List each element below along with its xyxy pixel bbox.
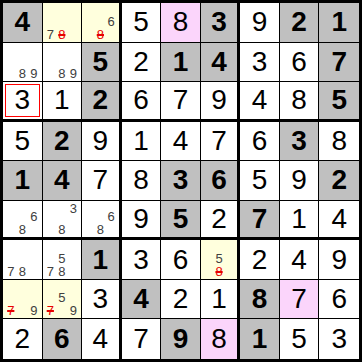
pencil-mark: 8 <box>56 67 68 80</box>
cell-r7c6[interactable]: 58 <box>201 240 241 280</box>
solved-digit: 4 <box>93 325 109 353</box>
solved-digit: 4 <box>173 127 189 155</box>
cell-r9c9[interactable]: 3 <box>319 319 359 359</box>
pencil-mark: 5 <box>56 291 68 304</box>
cell-r7c5[interactable]: 6 <box>161 240 201 280</box>
cell-r6c4[interactable]: 9 <box>122 201 162 241</box>
solved-digit: 4 <box>252 86 268 114</box>
cell-r3c1[interactable]: 3 <box>3 82 43 122</box>
solved-digit: 6 <box>133 86 149 114</box>
pencil-marks: 579 <box>45 281 80 318</box>
given-digit: 2 <box>54 127 70 155</box>
given-digit: 4 <box>14 8 30 36</box>
cell-r5c4[interactable]: 8 <box>122 161 162 201</box>
pencil-marks: 79 <box>5 281 40 318</box>
given-digit: 1 <box>173 48 189 76</box>
solved-digit: 7 <box>173 86 189 114</box>
given-digit: 1 <box>14 166 30 194</box>
cell-r2c5[interactable]: 1 <box>161 43 201 83</box>
cell-r2c3[interactable]: 5 <box>82 43 122 83</box>
cell-r9c3[interactable]: 4 <box>82 319 122 359</box>
solved-digit: 1 <box>291 205 307 233</box>
cell-r8c4[interactable]: 4 <box>122 280 162 320</box>
cell-r5c5[interactable]: 3 <box>161 161 201 201</box>
cell-r9c8[interactable]: 5 <box>280 319 320 359</box>
given-digit: 5 <box>173 205 189 233</box>
given-digit: 1 <box>252 325 268 353</box>
pencil-mark-eliminated: 7 <box>5 304 17 317</box>
pencil-marks: 78 <box>5 241 40 278</box>
pencil-marks: 78 <box>45 4 80 41</box>
cell-r4c4[interactable]: 1 <box>122 122 162 162</box>
cell-r8c5[interactable]: 2 <box>161 280 201 320</box>
given-digit: 7 <box>331 48 347 76</box>
solved-digit: 9 <box>252 8 268 36</box>
given-digit: 6 <box>211 166 227 194</box>
given-digit: 6 <box>54 325 70 353</box>
cell-r7c4[interactable]: 3 <box>122 240 162 280</box>
cell-r6c6[interactable]: 2 <box>201 201 241 241</box>
solved-digit: 5 <box>252 166 268 194</box>
pencil-marks: 89 <box>45 44 80 81</box>
cell-r7c9[interactable]: 9 <box>319 240 359 280</box>
given-digit: 9 <box>173 325 189 353</box>
given-digit: 3 <box>211 8 227 36</box>
cell-r5c2[interactable]: 4 <box>43 161 83 201</box>
solved-digit: 5 <box>133 8 149 36</box>
solved-digit: 2 <box>14 325 30 353</box>
cell-r1c7[interactable]: 9 <box>240 3 280 43</box>
cell-r1c3[interactable]: 68 <box>82 3 122 43</box>
given-digit: 2 <box>331 166 347 194</box>
cell-r8c3[interactable]: 3 <box>82 280 122 320</box>
cell-r5c9[interactable]: 2 <box>319 161 359 201</box>
pencil-marks: 578 <box>45 241 80 278</box>
cell-r6c1[interactable]: 68 <box>3 201 43 241</box>
solved-digit: 4 <box>331 205 347 233</box>
cell-r1c5[interactable]: 8 <box>161 3 201 43</box>
cell-r4c8[interactable]: 3 <box>280 122 320 162</box>
cell-r8c2[interactable]: 579 <box>43 280 83 320</box>
pencil-mark: 7 <box>45 28 57 41</box>
cell-r8c6[interactable]: 1 <box>201 280 241 320</box>
pencil-mark: 5 <box>56 252 68 265</box>
cell-r8c7[interactable]: 8 <box>240 280 280 320</box>
pencil-mark: 8 <box>56 265 68 278</box>
pencil-marks: 38 <box>45 202 80 237</box>
solved-digit: 2 <box>173 285 189 313</box>
pencil-mark: 9 <box>68 304 80 317</box>
pencil-mark: 6 <box>106 15 117 28</box>
solved-digit: 9 <box>133 205 149 233</box>
pencil-mark-eliminated: 8 <box>214 265 225 278</box>
given-digit: 4 <box>211 48 227 76</box>
cell-r9c2[interactable]: 6 <box>43 319 83 359</box>
cell-r2c9[interactable]: 7 <box>319 43 359 83</box>
solved-digit: 3 <box>252 48 268 76</box>
solved-digit: 2 <box>211 205 227 233</box>
pencil-mark: 5 <box>214 252 225 265</box>
cell-r5c7[interactable]: 5 <box>240 161 280 201</box>
cell-r9c4[interactable]: 7 <box>122 319 162 359</box>
pencil-mark: 3 <box>68 202 80 215</box>
cell-r9c1[interactable]: 2 <box>3 319 43 359</box>
solved-digit: 6 <box>173 246 189 274</box>
cell-r2c6[interactable]: 4 <box>201 43 241 83</box>
pencil-mark: 8 <box>95 223 106 236</box>
solved-digit: 3 <box>133 246 149 274</box>
cell-r7c3[interactable]: 1 <box>82 240 122 280</box>
solved-digit: 8 <box>133 166 149 194</box>
solved-digit: 9 <box>291 166 307 194</box>
pencil-mark: 6 <box>106 210 117 223</box>
cell-r4c7[interactable]: 6 <box>240 122 280 162</box>
given-digit: 2 <box>291 8 307 36</box>
pencil-marks: 68 <box>5 202 40 237</box>
pencil-marks: 89 <box>5 44 40 81</box>
cell-r8c1[interactable]: 79 <box>3 280 43 320</box>
cell-r1c8[interactable]: 2 <box>280 3 320 43</box>
cell-r7c2[interactable]: 578 <box>43 240 83 280</box>
cell-r6c3[interactable]: 68 <box>82 201 122 241</box>
pencil-mark: 9 <box>28 304 40 317</box>
cell-r3c3[interactable]: 2 <box>82 82 122 122</box>
sudoku-board: 4786858392189895214367312679485529147638… <box>0 0 362 362</box>
given-digit: 2 <box>93 86 109 114</box>
solved-digit: 5 <box>14 127 30 155</box>
given-digit: 1 <box>93 246 109 274</box>
given-digit: 7 <box>252 205 268 233</box>
pencil-mark: 8 <box>17 67 29 80</box>
solved-digit: 3 <box>331 325 347 353</box>
cell-r2c2[interactable]: 89 <box>43 43 83 83</box>
cell-r9c7[interactable]: 1 <box>240 319 280 359</box>
pencil-mark: 9 <box>68 67 80 80</box>
cell-r5c1[interactable]: 1 <box>3 161 43 201</box>
cell-r4c6[interactable]: 7 <box>201 122 241 162</box>
given-digit: 1 <box>331 8 347 36</box>
cell-r5c8[interactable]: 9 <box>280 161 320 201</box>
solved-digit: 1 <box>133 127 149 155</box>
solved-digit: 2 <box>252 246 268 274</box>
solved-digit: 5 <box>291 325 307 353</box>
cell-r3c6[interactable]: 9 <box>201 82 241 122</box>
solved-digit: 3 <box>93 285 109 313</box>
pencil-mark: 7 <box>5 265 17 278</box>
given-digit: 4 <box>133 285 149 313</box>
cell-r3c8[interactable]: 8 <box>280 82 320 122</box>
cell-r3c2[interactable]: 1 <box>43 82 83 122</box>
given-digit: 5 <box>93 48 109 76</box>
cell-r2c4[interactable]: 2 <box>122 43 162 83</box>
cell-r6c7[interactable]: 7 <box>240 201 280 241</box>
cell-r7c8[interactable]: 4 <box>280 240 320 280</box>
solved-digit: 8 <box>211 325 227 353</box>
solved-digit: 9 <box>211 86 227 114</box>
solved-digit: 6 <box>252 127 268 155</box>
cell-r2c1[interactable]: 89 <box>3 43 43 83</box>
solved-digit: 6 <box>291 48 307 76</box>
pencil-mark: 8 <box>17 223 29 236</box>
solved-digit: 3 <box>14 86 30 114</box>
cell-r3c7[interactable]: 4 <box>240 82 280 122</box>
cell-r1c6[interactable]: 3 <box>201 3 241 43</box>
cell-r8c9[interactable]: 6 <box>319 280 359 320</box>
cell-r8c8[interactable]: 7 <box>280 280 320 320</box>
cell-r5c3[interactable]: 7 <box>82 161 122 201</box>
cell-r3c4[interactable]: 6 <box>122 82 162 122</box>
pencil-mark-eliminated: 8 <box>95 28 106 41</box>
pencil-mark: 8 <box>17 265 29 278</box>
cell-r5c6[interactable]: 6 <box>201 161 241 201</box>
cell-r4c3[interactable]: 9 <box>82 122 122 162</box>
pencil-mark: 9 <box>28 67 40 80</box>
solved-digit: 1 <box>54 86 70 114</box>
cell-r3c5[interactable]: 7 <box>161 82 201 122</box>
given-digit: 3 <box>291 127 307 155</box>
pencil-mark: 6 <box>28 210 40 223</box>
cell-r4c5[interactable]: 4 <box>161 122 201 162</box>
pencil-mark: 8 <box>56 223 68 236</box>
solved-digit: 9 <box>331 246 347 274</box>
pencil-marks: 58 <box>203 241 236 278</box>
cell-r4c9[interactable]: 8 <box>319 122 359 162</box>
pencil-mark: 7 <box>45 265 57 278</box>
solved-digit: 8 <box>291 86 307 114</box>
cell-r6c5[interactable]: 5 <box>161 201 201 241</box>
solved-digit: 7 <box>133 325 149 353</box>
cell-r6c8[interactable]: 1 <box>280 201 320 241</box>
cell-r1c9[interactable]: 1 <box>319 3 359 43</box>
cell-r3c9[interactable]: 5 <box>319 82 359 122</box>
solved-digit: 9 <box>93 127 109 155</box>
given-digit: 3 <box>173 166 189 194</box>
solved-digit: 7 <box>93 166 109 194</box>
cell-r9c6[interactable]: 8 <box>201 319 241 359</box>
solved-digit: 8 <box>331 127 347 155</box>
cell-r4c2[interactable]: 2 <box>43 122 83 162</box>
pencil-marks: 68 <box>84 202 117 237</box>
cell-r1c4[interactable]: 5 <box>122 3 162 43</box>
solved-digit: 8 <box>173 8 189 36</box>
cell-r6c9[interactable]: 4 <box>319 201 359 241</box>
solved-digit: 7 <box>291 285 307 313</box>
cell-r2c8[interactable]: 6 <box>280 43 320 83</box>
solved-digit: 6 <box>331 285 347 313</box>
given-digit: 5 <box>331 86 347 114</box>
given-digit: 8 <box>252 285 268 313</box>
cell-r7c1[interactable]: 78 <box>3 240 43 280</box>
given-digit: 4 <box>54 166 70 194</box>
cell-r1c1[interactable]: 4 <box>3 3 43 43</box>
cell-r6c2[interactable]: 38 <box>43 201 83 241</box>
pencil-marks: 68 <box>84 4 117 41</box>
cell-r2c7[interactable]: 3 <box>240 43 280 83</box>
solved-digit: 4 <box>291 246 307 274</box>
solved-digit: 7 <box>211 127 227 155</box>
cell-r9c5[interactable]: 9 <box>161 319 201 359</box>
cell-r4c1[interactable]: 5 <box>3 122 43 162</box>
solved-digit: 1 <box>211 285 227 313</box>
solved-digit: 2 <box>133 48 149 76</box>
cell-r7c7[interactable]: 2 <box>240 240 280 280</box>
pencil-mark-eliminated: 7 <box>45 304 57 317</box>
cell-r1c2[interactable]: 78 <box>43 3 83 43</box>
pencil-mark-eliminated: 8 <box>56 28 68 41</box>
